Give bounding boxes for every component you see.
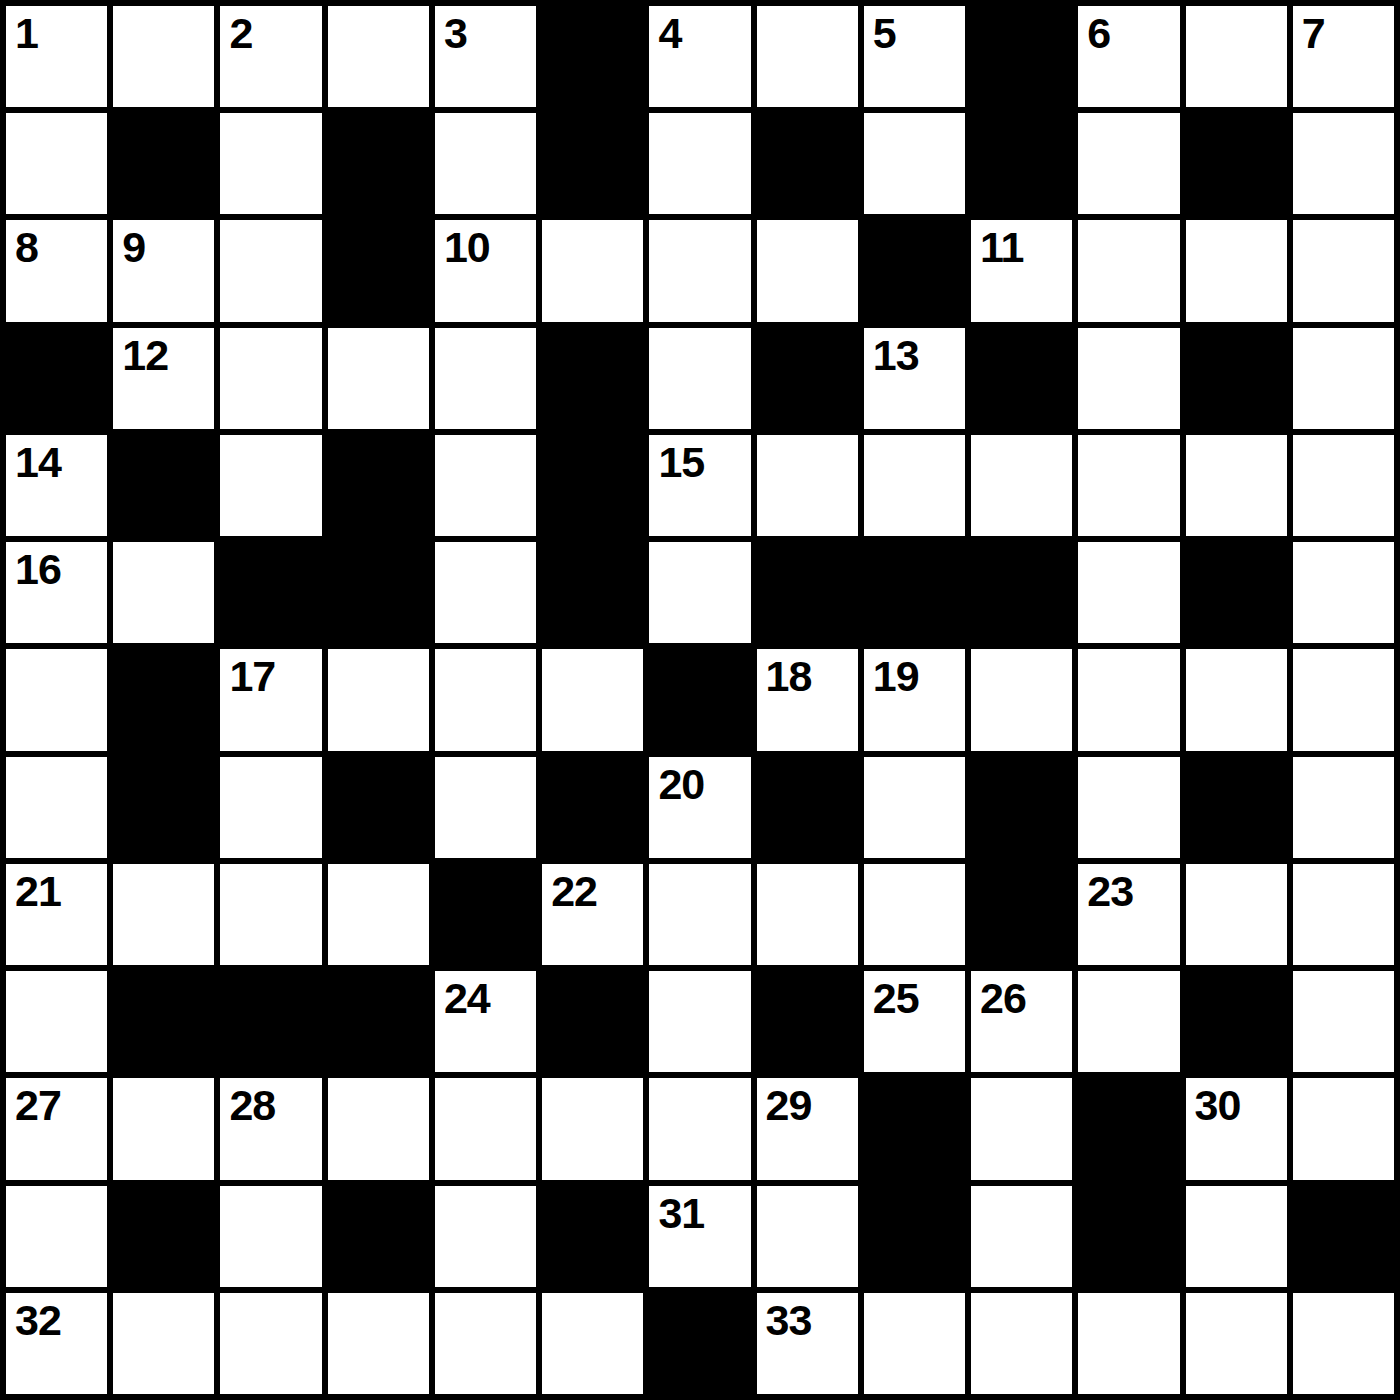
white-cell-r7c3[interactable]: 17 [220, 649, 321, 750]
black-cell-r2c10 [971, 113, 1072, 214]
black-cell-r2c4 [328, 113, 429, 214]
black-cell-r5c2 [113, 435, 214, 536]
black-cell-r3c9 [864, 220, 965, 321]
white-cell-r3c5[interactable]: 10 [435, 220, 536, 321]
white-cell-r12c10[interactable] [971, 1186, 1072, 1287]
white-cell-r9c3[interactable] [220, 864, 321, 965]
black-cell-r12c9 [864, 1186, 965, 1287]
white-cell-r8c9[interactable] [864, 757, 965, 858]
white-cell-r1c5[interactable]: 3 [435, 6, 536, 107]
black-cell-r1c6 [542, 6, 643, 107]
white-cell-r8c5[interactable] [435, 757, 536, 858]
white-cell-r11c10[interactable] [971, 1078, 1072, 1179]
clue-number-33: 33 [766, 1299, 812, 1342]
white-cell-r10c13[interactable] [1293, 971, 1394, 1072]
white-cell-r4c2[interactable]: 12 [113, 328, 214, 429]
clue-number-5: 5 [873, 12, 896, 55]
white-cell-r7c8[interactable]: 18 [757, 649, 858, 750]
white-cell-r2c5[interactable] [435, 113, 536, 214]
clue-number-25: 25 [873, 977, 919, 1020]
white-cell-r1c8[interactable] [757, 6, 858, 107]
white-cell-r2c7[interactable] [649, 113, 750, 214]
black-cell-r3c4 [328, 220, 429, 321]
white-cell-r7c1[interactable] [6, 649, 107, 750]
white-cell-r1c4[interactable] [328, 6, 429, 107]
white-cell-r6c1[interactable]: 16 [6, 542, 107, 643]
black-cell-r10c4 [328, 971, 429, 1072]
white-cell-r5c5[interactable] [435, 435, 536, 536]
white-cell-r10c9[interactable]: 25 [864, 971, 965, 1072]
black-cell-r8c2 [113, 757, 214, 858]
clue-number-30: 30 [1195, 1084, 1241, 1127]
white-cell-r12c8[interactable] [757, 1186, 858, 1287]
white-cell-r4c13[interactable] [1293, 328, 1394, 429]
white-cell-r5c12[interactable] [1186, 435, 1287, 536]
white-cell-r4c7[interactable] [649, 328, 750, 429]
white-cell-r7c13[interactable] [1293, 649, 1394, 750]
clue-number-12: 12 [122, 334, 168, 377]
black-cell-r8c8 [757, 757, 858, 858]
white-cell-r9c6[interactable]: 22 [542, 864, 643, 965]
white-cell-r5c10[interactable] [971, 435, 1072, 536]
black-cell-r6c4 [328, 542, 429, 643]
white-cell-r8c1[interactable] [6, 757, 107, 858]
white-cell-r10c5[interactable]: 24 [435, 971, 536, 1072]
white-cell-r7c5[interactable] [435, 649, 536, 750]
black-cell-r6c9 [864, 542, 965, 643]
black-cell-r2c12 [1186, 113, 1287, 214]
white-cell-r11c1[interactable]: 27 [6, 1078, 107, 1179]
clue-number-8: 8 [15, 226, 38, 269]
white-cell-r10c10[interactable]: 26 [971, 971, 1072, 1072]
black-cell-r12c2 [113, 1186, 214, 1287]
crossword-puzzle: 1234567891011121314151617181920212223242… [0, 0, 1400, 1400]
white-cell-r11c5[interactable] [435, 1078, 536, 1179]
black-cell-r6c8 [757, 542, 858, 643]
white-cell-r13c10[interactable] [971, 1293, 1072, 1394]
white-cell-r4c11[interactable] [1078, 328, 1179, 429]
white-cell-r13c5[interactable] [435, 1293, 536, 1394]
clue-number-3: 3 [444, 12, 467, 55]
white-cell-r6c2[interactable] [113, 542, 214, 643]
white-cell-r3c13[interactable] [1293, 220, 1394, 321]
white-cell-r5c3[interactable] [220, 435, 321, 536]
black-cell-r4c12 [1186, 328, 1287, 429]
clue-number-1: 1 [15, 12, 38, 55]
clue-number-7: 7 [1302, 12, 1325, 55]
clue-number-13: 13 [873, 334, 919, 377]
white-cell-r11c7[interactable] [649, 1078, 750, 1179]
white-cell-r5c8[interactable] [757, 435, 858, 536]
white-cell-r7c10[interactable] [971, 649, 1072, 750]
white-cell-r1c2[interactable] [113, 6, 214, 107]
clue-number-27: 27 [15, 1084, 61, 1127]
black-cell-r2c2 [113, 113, 214, 214]
white-cell-r1c12[interactable] [1186, 6, 1287, 107]
white-cell-r2c9[interactable] [864, 113, 965, 214]
white-cell-r13c12[interactable] [1186, 1293, 1287, 1394]
white-cell-r13c8[interactable]: 33 [757, 1293, 858, 1394]
white-cell-r5c13[interactable] [1293, 435, 1394, 536]
white-cell-r9c7[interactable] [649, 864, 750, 965]
white-cell-r13c13[interactable] [1293, 1293, 1394, 1394]
white-cell-r11c12[interactable]: 30 [1186, 1078, 1287, 1179]
white-cell-r3c10[interactable]: 11 [971, 220, 1072, 321]
white-cell-r2c1[interactable] [6, 113, 107, 214]
white-cell-r9c12[interactable] [1186, 864, 1287, 965]
black-cell-r2c6 [542, 113, 643, 214]
black-cell-r4c6 [542, 328, 643, 429]
clue-number-2: 2 [229, 12, 252, 55]
white-cell-r12c5[interactable] [435, 1186, 536, 1287]
white-cell-r3c1[interactable]: 8 [6, 220, 107, 321]
clue-number-31: 31 [658, 1192, 704, 1235]
white-cell-r2c11[interactable] [1078, 113, 1179, 214]
black-cell-r8c6 [542, 757, 643, 858]
white-cell-r12c7[interactable]: 31 [649, 1186, 750, 1287]
white-cell-r10c11[interactable] [1078, 971, 1179, 1072]
black-cell-r5c6 [542, 435, 643, 536]
black-cell-r10c6 [542, 971, 643, 1072]
white-cell-r7c6[interactable] [542, 649, 643, 750]
white-cell-r6c11[interactable] [1078, 542, 1179, 643]
clue-number-11: 11 [980, 226, 1023, 269]
white-cell-r10c7[interactable] [649, 971, 750, 1072]
clue-number-29: 29 [766, 1084, 812, 1127]
white-cell-r11c3[interactable]: 28 [220, 1078, 321, 1179]
white-cell-r6c13[interactable] [1293, 542, 1394, 643]
white-cell-r4c3[interactable] [220, 328, 321, 429]
white-cell-r1c7[interactable]: 4 [649, 6, 750, 107]
white-cell-r7c4[interactable] [328, 649, 429, 750]
white-cell-r1c13[interactable]: 7 [1293, 6, 1394, 107]
black-cell-r12c11 [1078, 1186, 1179, 1287]
white-cell-r11c6[interactable] [542, 1078, 643, 1179]
white-cell-r13c1[interactable]: 32 [6, 1293, 107, 1394]
white-cell-r12c1[interactable] [6, 1186, 107, 1287]
black-cell-r7c2 [113, 649, 214, 750]
clue-number-26: 26 [980, 977, 1026, 1020]
white-cell-r3c2[interactable]: 9 [113, 220, 214, 321]
black-cell-r6c12 [1186, 542, 1287, 643]
black-cell-r12c13 [1293, 1186, 1394, 1287]
white-cell-r3c3[interactable] [220, 220, 321, 321]
black-cell-r13c7 [649, 1293, 750, 1394]
black-cell-r5c4 [328, 435, 429, 536]
white-cell-r13c6[interactable] [542, 1293, 643, 1394]
black-cell-r12c6 [542, 1186, 643, 1287]
white-cell-r11c4[interactable] [328, 1078, 429, 1179]
black-cell-r8c12 [1186, 757, 1287, 858]
white-cell-r9c2[interactable] [113, 864, 214, 965]
white-cell-r1c3[interactable]: 2 [220, 6, 321, 107]
white-cell-r13c9[interactable] [864, 1293, 965, 1394]
white-cell-r1c9[interactable]: 5 [864, 6, 965, 107]
clue-number-14: 14 [15, 441, 61, 484]
clue-number-24: 24 [444, 977, 490, 1020]
black-cell-r6c10 [971, 542, 1072, 643]
black-cell-r10c12 [1186, 971, 1287, 1072]
white-cell-r11c8[interactable]: 29 [757, 1078, 858, 1179]
white-cell-r3c8[interactable] [757, 220, 858, 321]
clue-number-16: 16 [15, 548, 61, 591]
white-cell-r8c13[interactable] [1293, 757, 1394, 858]
black-cell-r6c3 [220, 542, 321, 643]
white-cell-r4c5[interactable] [435, 328, 536, 429]
clue-number-21: 21 [15, 870, 61, 913]
white-cell-r9c1[interactable]: 21 [6, 864, 107, 965]
white-cell-r4c4[interactable] [328, 328, 429, 429]
black-cell-r12c4 [328, 1186, 429, 1287]
white-cell-r6c7[interactable] [649, 542, 750, 643]
white-cell-r11c13[interactable] [1293, 1078, 1394, 1179]
clue-number-23: 23 [1087, 870, 1133, 913]
black-cell-r2c8 [757, 113, 858, 214]
white-cell-r12c12[interactable] [1186, 1186, 1287, 1287]
clue-number-15: 15 [658, 441, 704, 484]
clue-number-28: 28 [229, 1084, 275, 1127]
black-cell-r1c10 [971, 6, 1072, 107]
white-cell-r3c6[interactable] [542, 220, 643, 321]
white-cell-r2c3[interactable] [220, 113, 321, 214]
clue-number-10: 10 [444, 226, 490, 269]
white-cell-r4c9[interactable]: 13 [864, 328, 965, 429]
white-cell-r9c8[interactable] [757, 864, 858, 965]
white-cell-r7c9[interactable]: 19 [864, 649, 965, 750]
white-cell-r8c3[interactable] [220, 757, 321, 858]
white-cell-r8c7[interactable]: 20 [649, 757, 750, 858]
white-cell-r9c9[interactable] [864, 864, 965, 965]
clue-number-20: 20 [658, 763, 704, 806]
white-cell-r5c9[interactable] [864, 435, 965, 536]
white-cell-r11c2[interactable] [113, 1078, 214, 1179]
white-cell-r12c3[interactable] [220, 1186, 321, 1287]
black-cell-r10c3 [220, 971, 321, 1072]
white-cell-r5c7[interactable]: 15 [649, 435, 750, 536]
black-cell-r10c8 [757, 971, 858, 1072]
white-cell-r6c5[interactable] [435, 542, 536, 643]
white-cell-r8c11[interactable] [1078, 757, 1179, 858]
clue-number-32: 32 [15, 1299, 61, 1342]
black-cell-r7c7 [649, 649, 750, 750]
clue-number-19: 19 [873, 655, 919, 698]
black-cell-r11c11 [1078, 1078, 1179, 1179]
white-cell-r3c11[interactable] [1078, 220, 1179, 321]
clue-number-18: 18 [766, 655, 812, 698]
black-cell-r6c6 [542, 542, 643, 643]
clue-number-22: 22 [551, 870, 597, 913]
white-cell-r10c1[interactable] [6, 971, 107, 1072]
black-cell-r4c8 [757, 328, 858, 429]
clue-number-17: 17 [229, 655, 275, 698]
clue-number-9: 9 [122, 226, 145, 269]
white-cell-r13c3[interactable] [220, 1293, 321, 1394]
black-cell-r4c1 [6, 328, 107, 429]
black-cell-r9c10 [971, 864, 1072, 965]
white-cell-r3c12[interactable] [1186, 220, 1287, 321]
white-cell-r5c11[interactable] [1078, 435, 1179, 536]
white-cell-r1c1[interactable]: 1 [6, 6, 107, 107]
white-cell-r1c11[interactable]: 6 [1078, 6, 1179, 107]
black-cell-r8c4 [328, 757, 429, 858]
clue-number-6: 6 [1087, 12, 1110, 55]
white-cell-r2c13[interactable] [1293, 113, 1394, 214]
crossword-grid: 1234567891011121314151617181920212223242… [0, 0, 1400, 1400]
clue-number-4: 4 [658, 12, 681, 55]
black-cell-r11c9 [864, 1078, 965, 1179]
white-cell-r9c11[interactable]: 23 [1078, 864, 1179, 965]
white-cell-r7c12[interactable] [1186, 649, 1287, 750]
white-cell-r13c4[interactable] [328, 1293, 429, 1394]
white-cell-r13c2[interactable] [113, 1293, 214, 1394]
white-cell-r9c13[interactable] [1293, 864, 1394, 965]
white-cell-r7c11[interactable] [1078, 649, 1179, 750]
white-cell-r13c11[interactable] [1078, 1293, 1179, 1394]
black-cell-r4c10 [971, 328, 1072, 429]
white-cell-r3c7[interactable] [649, 220, 750, 321]
black-cell-r8c10 [971, 757, 1072, 858]
white-cell-r5c1[interactable]: 14 [6, 435, 107, 536]
white-cell-r9c4[interactable] [328, 864, 429, 965]
black-cell-r9c5 [435, 864, 536, 965]
black-cell-r10c2 [113, 971, 214, 1072]
